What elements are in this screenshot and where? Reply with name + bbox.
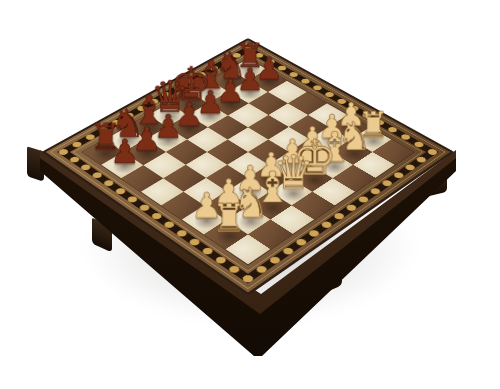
square-b1[interactable] — [248, 220, 292, 249]
piece-black-pawn[interactable]: ♟ — [110, 135, 140, 168]
chess-set-photo: ♜♞♝♛♚♝♞♜♟♟♟♟♟♟♟♟♟♟♟♟♟♟♟♟♜♞♝♛♚♝♞♜ — [0, 0, 500, 389]
piece-white-rook[interactable]: ♜ — [211, 199, 246, 238]
square-b6[interactable] — [143, 152, 185, 178]
